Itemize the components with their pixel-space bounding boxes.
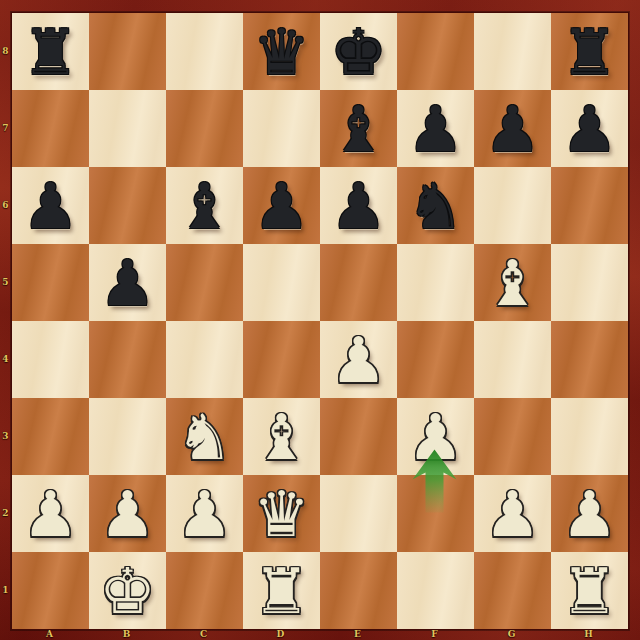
rank-label-5: 5	[0, 243, 11, 320]
piece-white-queen-d2[interactable]: ♛	[253, 476, 309, 553]
square-f4[interactable]	[397, 321, 474, 398]
square-b7[interactable]	[89, 90, 166, 167]
square-h4[interactable]	[551, 321, 628, 398]
square-d4[interactable]	[243, 321, 320, 398]
square-a2[interactable]: ♟	[12, 475, 89, 552]
file-label-e: E	[319, 627, 396, 640]
piece-black-pawn-b5[interactable]: ♟	[99, 245, 155, 322]
piece-black-pawn-h7[interactable]: ♟	[561, 91, 617, 168]
square-f8[interactable]	[397, 13, 474, 90]
file-label-c: C	[165, 627, 242, 640]
piece-black-bishop-c6[interactable]: ♝	[176, 168, 232, 245]
piece-black-king-e8[interactable]: ♚	[330, 14, 386, 91]
piece-white-knight-c3[interactable]: ♞	[176, 399, 232, 476]
piece-white-rook-h1[interactable]: ♜	[561, 553, 617, 630]
square-h6[interactable]	[551, 167, 628, 244]
piece-black-queen-d8[interactable]: ♛	[253, 14, 309, 91]
piece-white-pawn-b2[interactable]: ♟	[99, 476, 155, 553]
square-f1[interactable]	[397, 552, 474, 629]
chess-board: ♜♛♚♜♝♟♟♟♟♝♟♟♞♟♝♟♞♝♟♟♟♟♛♟♟♚♜♜	[11, 12, 629, 630]
square-g7[interactable]: ♟	[474, 90, 551, 167]
square-e3[interactable]	[320, 398, 397, 475]
square-a8[interactable]: ♜	[12, 13, 89, 90]
piece-black-pawn-f7[interactable]: ♟	[407, 91, 463, 168]
piece-white-pawn-a2[interactable]: ♟	[22, 476, 78, 553]
square-c5[interactable]	[166, 244, 243, 321]
piece-white-pawn-c2[interactable]: ♟	[176, 476, 232, 553]
piece-white-bishop-d3[interactable]: ♝	[253, 399, 309, 476]
rank-label-8: 8	[0, 12, 11, 89]
square-f5[interactable]	[397, 244, 474, 321]
square-h5[interactable]	[551, 244, 628, 321]
square-e5[interactable]	[320, 244, 397, 321]
square-c2[interactable]: ♟	[166, 475, 243, 552]
square-f7[interactable]: ♟	[397, 90, 474, 167]
square-b8[interactable]	[89, 13, 166, 90]
square-h7[interactable]: ♟	[551, 90, 628, 167]
square-b5[interactable]: ♟	[89, 244, 166, 321]
square-g3[interactable]	[474, 398, 551, 475]
square-b3[interactable]	[89, 398, 166, 475]
square-e4[interactable]: ♟	[320, 321, 397, 398]
square-a5[interactable]	[12, 244, 89, 321]
square-b2[interactable]: ♟	[89, 475, 166, 552]
square-e6[interactable]: ♟	[320, 167, 397, 244]
square-b6[interactable]	[89, 167, 166, 244]
piece-white-king-b1[interactable]: ♚	[99, 553, 155, 630]
square-f2[interactable]	[397, 475, 474, 552]
square-g1[interactable]	[474, 552, 551, 629]
square-e2[interactable]	[320, 475, 397, 552]
square-c4[interactable]	[166, 321, 243, 398]
square-e7[interactable]: ♝	[320, 90, 397, 167]
square-c7[interactable]	[166, 90, 243, 167]
square-f3[interactable]: ♟	[397, 398, 474, 475]
square-b1[interactable]: ♚	[89, 552, 166, 629]
piece-black-knight-f6[interactable]: ♞	[407, 168, 463, 245]
file-label-f: F	[396, 627, 473, 640]
chess-app-window: ♜♛♚♜♝♟♟♟♟♝♟♟♞♟♝♟♞♝♟♟♟♟♛♟♟♚♜♜ 87654321 AB…	[0, 0, 640, 640]
piece-black-pawn-a6[interactable]: ♟	[22, 168, 78, 245]
square-b4[interactable]	[89, 321, 166, 398]
square-h3[interactable]	[551, 398, 628, 475]
square-g8[interactable]	[474, 13, 551, 90]
piece-white-pawn-f3[interactable]: ♟	[407, 399, 463, 476]
file-label-g: G	[473, 627, 550, 640]
square-d6[interactable]: ♟	[243, 167, 320, 244]
piece-black-rook-a8[interactable]: ♜	[22, 14, 78, 91]
square-h2[interactable]: ♟	[551, 475, 628, 552]
piece-black-rook-h8[interactable]: ♜	[561, 14, 617, 91]
square-g6[interactable]	[474, 167, 551, 244]
square-h8[interactable]: ♜	[551, 13, 628, 90]
square-d5[interactable]	[243, 244, 320, 321]
square-a3[interactable]	[12, 398, 89, 475]
rank-label-3: 3	[0, 397, 11, 474]
piece-white-pawn-g2[interactable]: ♟	[484, 476, 540, 553]
rank-label-7: 7	[0, 89, 11, 166]
square-g5[interactable]: ♝	[474, 244, 551, 321]
square-c8[interactable]	[166, 13, 243, 90]
square-f6[interactable]: ♞	[397, 167, 474, 244]
piece-black-bishop-e7[interactable]: ♝	[330, 91, 386, 168]
piece-black-pawn-g7[interactable]: ♟	[484, 91, 540, 168]
rank-label-6: 6	[0, 166, 11, 243]
square-a7[interactable]	[12, 90, 89, 167]
rank-label-2: 2	[0, 474, 11, 551]
piece-white-rook-d1[interactable]: ♜	[253, 553, 309, 630]
square-d3[interactable]: ♝	[243, 398, 320, 475]
square-d2[interactable]: ♛	[243, 475, 320, 552]
piece-black-pawn-d6[interactable]: ♟	[253, 168, 309, 245]
piece-white-pawn-h2[interactable]: ♟	[561, 476, 617, 553]
square-h1[interactable]: ♜	[551, 552, 628, 629]
square-a1[interactable]	[12, 552, 89, 629]
piece-black-pawn-e6[interactable]: ♟	[330, 168, 386, 245]
piece-white-bishop-g5[interactable]: ♝	[484, 245, 540, 322]
file-label-a: A	[11, 627, 88, 640]
square-g4[interactable]	[474, 321, 551, 398]
square-d7[interactable]	[243, 90, 320, 167]
square-c1[interactable]	[166, 552, 243, 629]
square-c3[interactable]: ♞	[166, 398, 243, 475]
piece-white-pawn-e4[interactable]: ♟	[330, 322, 386, 399]
square-d8[interactable]: ♛	[243, 13, 320, 90]
square-e8[interactable]: ♚	[320, 13, 397, 90]
square-c6[interactable]: ♝	[166, 167, 243, 244]
rank-label-1: 1	[0, 551, 11, 628]
square-g2[interactable]: ♟	[474, 475, 551, 552]
square-d1[interactable]: ♜	[243, 552, 320, 629]
square-e1[interactable]	[320, 552, 397, 629]
square-a4[interactable]	[12, 321, 89, 398]
rank-label-4: 4	[0, 320, 11, 397]
square-a6[interactable]: ♟	[12, 167, 89, 244]
